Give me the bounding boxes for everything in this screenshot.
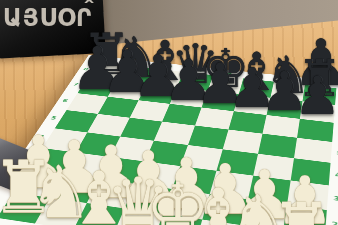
- rank-label-5: 5: [331, 142, 338, 165]
- watermark-text: ԱՅՍՕՐ: [3, 4, 92, 32]
- rank-label-6: 6: [332, 123, 338, 144]
- rank-label-7: 7: [334, 105, 338, 125]
- chess-news-photo: abcdefgh8877665544332211abcdefgh ♜♞♝♛♚♝♞…: [0, 0, 338, 225]
- rank-label-3: 3: [327, 185, 338, 212]
- watermark-bird-caret: ˆ: [83, 0, 97, 18]
- rank-label-4: 4: [329, 163, 338, 188]
- watermark-logo: ԱՅՍՕՐˆ: [3, 0, 95, 31]
- rank-label-2: 2: [325, 210, 338, 225]
- square-g2: [242, 199, 287, 225]
